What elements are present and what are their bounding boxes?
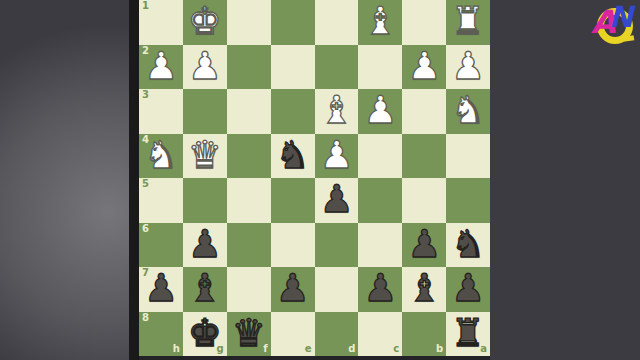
piece-wB: ♝	[319, 91, 353, 129]
square-c1[interactable]: ♝	[358, 0, 402, 45]
background-glow	[0, 0, 129, 360]
piece-bN: ♞	[451, 225, 485, 263]
piece-wR: ♜	[451, 2, 485, 40]
square-b6[interactable]: ♟	[402, 223, 446, 268]
square-e5[interactable]	[271, 178, 315, 223]
square-d8[interactable]: d	[315, 312, 359, 357]
square-d5[interactable]: ♟	[315, 178, 359, 223]
square-f3[interactable]	[227, 89, 271, 134]
piece-bP: ♟	[363, 269, 397, 307]
square-h3[interactable]: 3	[139, 89, 183, 134]
piece-wP: ♟	[144, 47, 178, 85]
square-a4[interactable]	[446, 134, 490, 179]
square-g7[interactable]: ♝	[183, 267, 227, 312]
square-h5[interactable]: 5	[139, 178, 183, 223]
piece-bP: ♟	[319, 180, 353, 218]
square-a8[interactable]: a♜	[446, 312, 490, 357]
piece-bB: ♝	[188, 269, 222, 307]
piece-wP: ♟	[451, 47, 485, 85]
square-g8[interactable]: g♚	[183, 312, 227, 357]
piece-bP: ♟	[144, 269, 178, 307]
piece-bK: ♚	[188, 314, 222, 352]
square-b2[interactable]: ♟	[402, 45, 446, 90]
file-label: b	[436, 344, 443, 354]
channel-logo: A N	[591, 2, 637, 48]
square-f4[interactable]	[227, 134, 271, 179]
square-b8[interactable]: b	[402, 312, 446, 357]
square-h1[interactable]: 1	[139, 0, 183, 45]
square-e1[interactable]	[271, 0, 315, 45]
file-label: h	[173, 344, 180, 354]
square-a3[interactable]: ♞	[446, 89, 490, 134]
piece-bP: ♟	[276, 269, 310, 307]
square-g5[interactable]	[183, 178, 227, 223]
square-g6[interactable]: ♟	[183, 223, 227, 268]
file-label: e	[305, 344, 312, 354]
logo-letter-n: N	[609, 3, 633, 32]
piece-bP: ♟	[407, 225, 441, 263]
square-h6[interactable]: 6	[139, 223, 183, 268]
chess-board: 1♚♝♜2♟♟♟♟3♝♟♞4♞♛♞♟5♟6♟♟♞7♟♝♟♟♝♟8hg♚f♛edc…	[139, 0, 490, 356]
piece-bQ: ♛	[232, 314, 266, 352]
piece-wK: ♚	[188, 2, 222, 40]
piece-bP: ♟	[451, 269, 485, 307]
board-left-edge	[129, 0, 139, 360]
file-label: c	[393, 344, 399, 354]
square-d2[interactable]	[315, 45, 359, 90]
rank-label: 8	[142, 313, 149, 323]
square-f1[interactable]	[227, 0, 271, 45]
square-b7[interactable]: ♝	[402, 267, 446, 312]
square-c3[interactable]: ♟	[358, 89, 402, 134]
square-b5[interactable]	[402, 178, 446, 223]
square-f8[interactable]: f♛	[227, 312, 271, 357]
square-f6[interactable]	[227, 223, 271, 268]
rank-label: 6	[142, 224, 149, 234]
square-e8[interactable]: e	[271, 312, 315, 357]
piece-wP: ♟	[319, 136, 353, 174]
piece-bP: ♟	[188, 225, 222, 263]
square-e4[interactable]: ♞	[271, 134, 315, 179]
piece-bR: ♜	[451, 314, 485, 352]
square-d7[interactable]	[315, 267, 359, 312]
square-a7[interactable]: ♟	[446, 267, 490, 312]
square-e7[interactable]: ♟	[271, 267, 315, 312]
square-d1[interactable]	[315, 0, 359, 45]
piece-bB: ♝	[407, 269, 441, 307]
board-bottom-edge	[139, 356, 490, 360]
piece-bN: ♞	[276, 136, 310, 174]
square-d3[interactable]: ♝	[315, 89, 359, 134]
square-e6[interactable]	[271, 223, 315, 268]
square-h7[interactable]: 7♟	[139, 267, 183, 312]
square-c4[interactable]	[358, 134, 402, 179]
piece-wB: ♝	[363, 2, 397, 40]
rank-label: 5	[142, 179, 149, 189]
logo-dash-icon	[623, 35, 635, 41]
piece-wQ: ♛	[188, 136, 222, 174]
square-c2[interactable]	[358, 45, 402, 90]
square-f7[interactable]	[227, 267, 271, 312]
square-d6[interactable]	[315, 223, 359, 268]
square-b1[interactable]	[402, 0, 446, 45]
square-g3[interactable]	[183, 89, 227, 134]
piece-wN: ♞	[451, 91, 485, 129]
piece-wN: ♞	[144, 136, 178, 174]
square-b4[interactable]	[402, 134, 446, 179]
square-b3[interactable]	[402, 89, 446, 134]
piece-wP: ♟	[407, 47, 441, 85]
square-h4[interactable]: 4♞	[139, 134, 183, 179]
square-a6[interactable]: ♞	[446, 223, 490, 268]
square-h2[interactable]: 2♟	[139, 45, 183, 90]
square-g4[interactable]: ♛	[183, 134, 227, 179]
square-g2[interactable]: ♟	[183, 45, 227, 90]
square-c7[interactable]: ♟	[358, 267, 402, 312]
square-c5[interactable]	[358, 178, 402, 223]
square-a5[interactable]	[446, 178, 490, 223]
file-label: d	[348, 344, 355, 354]
piece-wP: ♟	[188, 47, 222, 85]
square-g1[interactable]: ♚	[183, 0, 227, 45]
square-d4[interactable]: ♟	[315, 134, 359, 179]
square-h8[interactable]: 8h	[139, 312, 183, 357]
square-a2[interactable]: ♟	[446, 45, 490, 90]
square-f5[interactable]	[227, 178, 271, 223]
rank-label: 1	[142, 1, 149, 11]
square-e2[interactable]	[271, 45, 315, 90]
square-f2[interactable]	[227, 45, 271, 90]
square-c6[interactable]	[358, 223, 402, 268]
square-c8[interactable]: c	[358, 312, 402, 357]
rank-label: 3	[142, 90, 149, 100]
square-a1[interactable]: ♜	[446, 0, 490, 45]
piece-wP: ♟	[363, 91, 397, 129]
square-e3[interactable]	[271, 89, 315, 134]
